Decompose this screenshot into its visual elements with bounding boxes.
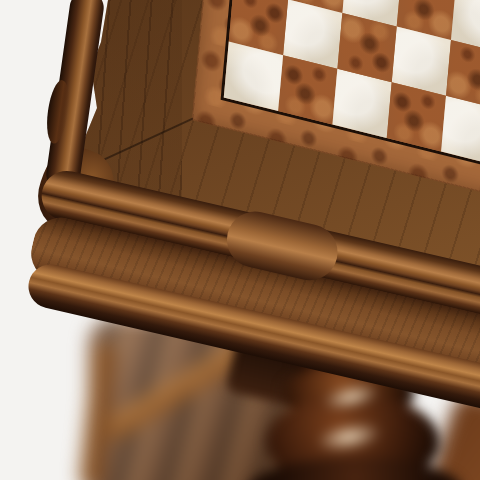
square-e1 bbox=[441, 96, 480, 165]
scene-root: { "game": "chess", "scene": { "descripti… bbox=[0, 0, 480, 480]
square-a1 bbox=[224, 42, 283, 111]
square-d1 bbox=[387, 82, 446, 151]
square-b1 bbox=[278, 55, 337, 124]
